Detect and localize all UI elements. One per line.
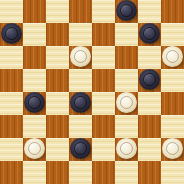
black-man-g7[interactable]: ⛂ — [139, 23, 160, 44]
white-man-h2[interactable]: ⛀ — [162, 138, 183, 159]
square-a3[interactable] — [0, 115, 23, 138]
square-d3 — [69, 115, 92, 138]
square-f2[interactable]: ⛀ — [115, 138, 138, 161]
square-a2 — [0, 138, 23, 161]
square-c7[interactable] — [46, 23, 69, 46]
square-e5[interactable] — [92, 69, 115, 92]
square-d8[interactable] — [69, 0, 92, 23]
white-man-b2[interactable]: ⛀ — [24, 138, 45, 159]
black-man-b4[interactable]: ⛂ — [24, 92, 45, 113]
square-e3[interactable] — [92, 115, 115, 138]
black-man-f8[interactable]: ⛂ — [116, 0, 137, 21]
black-man-a7[interactable]: ⛂ — [1, 23, 22, 44]
square-b8[interactable] — [23, 0, 46, 23]
square-b3 — [23, 115, 46, 138]
square-f6[interactable] — [115, 46, 138, 69]
white-man-h6[interactable]: ⛀ — [162, 46, 183, 67]
square-a4 — [0, 92, 23, 115]
black-man-d4[interactable]: ⛂ — [70, 92, 91, 113]
square-f8[interactable]: ⛂ — [115, 0, 138, 23]
square-e2 — [92, 138, 115, 161]
square-a6 — [0, 46, 23, 69]
square-h4[interactable] — [161, 92, 184, 115]
square-b5 — [23, 69, 46, 92]
square-f1 — [115, 161, 138, 184]
square-h7 — [161, 23, 184, 46]
square-e4 — [92, 92, 115, 115]
square-h1 — [161, 161, 184, 184]
square-d2[interactable]: ⛂ — [69, 138, 92, 161]
square-g2 — [138, 138, 161, 161]
square-g1[interactable] — [138, 161, 161, 184]
square-g8 — [138, 0, 161, 23]
square-e1[interactable] — [92, 161, 115, 184]
white-man-d6[interactable]: ⛀ — [70, 46, 91, 67]
square-f3 — [115, 115, 138, 138]
square-b2[interactable]: ⛀ — [23, 138, 46, 161]
square-d1 — [69, 161, 92, 184]
square-g3[interactable] — [138, 115, 161, 138]
square-e6 — [92, 46, 115, 69]
square-g4 — [138, 92, 161, 115]
square-g7[interactable]: ⛂ — [138, 23, 161, 46]
square-c6 — [46, 46, 69, 69]
square-g6 — [138, 46, 161, 69]
square-c2 — [46, 138, 69, 161]
square-h6[interactable]: ⛀ — [161, 46, 184, 69]
square-c3[interactable] — [46, 115, 69, 138]
black-man-g5[interactable]: ⛂ — [139, 69, 160, 90]
square-f5 — [115, 69, 138, 92]
square-f4[interactable]: ⛀ — [115, 92, 138, 115]
square-a5[interactable] — [0, 69, 23, 92]
square-e8 — [92, 0, 115, 23]
square-b1 — [23, 161, 46, 184]
white-man-f4[interactable]: ⛀ — [116, 92, 137, 113]
square-c4 — [46, 92, 69, 115]
square-c1[interactable] — [46, 161, 69, 184]
square-d7 — [69, 23, 92, 46]
black-man-d2[interactable]: ⛂ — [70, 138, 91, 159]
square-a1[interactable] — [0, 161, 23, 184]
square-h8[interactable] — [161, 0, 184, 23]
square-f7 — [115, 23, 138, 46]
checkers-board: ⛂⛂⛂⛀⛀⛂⛂⛂⛀⛀⛂⛀⛀ — [0, 0, 184, 184]
square-h3 — [161, 115, 184, 138]
square-b4[interactable]: ⛂ — [23, 92, 46, 115]
square-h5 — [161, 69, 184, 92]
square-h2[interactable]: ⛀ — [161, 138, 184, 161]
square-c8 — [46, 0, 69, 23]
square-a7[interactable]: ⛂ — [0, 23, 23, 46]
square-e7[interactable] — [92, 23, 115, 46]
square-c5[interactable] — [46, 69, 69, 92]
white-man-f2[interactable]: ⛀ — [116, 138, 137, 159]
square-d4[interactable]: ⛂ — [69, 92, 92, 115]
square-d6[interactable]: ⛀ — [69, 46, 92, 69]
square-d5 — [69, 69, 92, 92]
square-g5[interactable]: ⛂ — [138, 69, 161, 92]
square-b7 — [23, 23, 46, 46]
square-a8 — [0, 0, 23, 23]
square-b6[interactable] — [23, 46, 46, 69]
